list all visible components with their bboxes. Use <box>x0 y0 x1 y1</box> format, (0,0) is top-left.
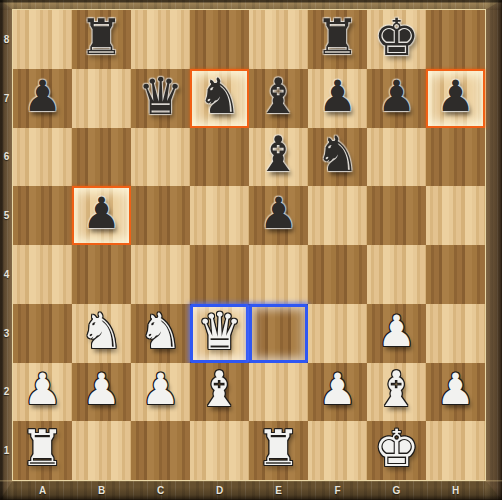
white-queen[interactable]: ♛ <box>197 306 243 357</box>
square-d5[interactable] <box>190 186 249 245</box>
square-a6[interactable] <box>13 128 72 187</box>
rank-label-3: 3 <box>0 304 13 363</box>
rank-label-4: 4 <box>0 245 13 304</box>
square-h4[interactable] <box>426 245 485 304</box>
square-c8[interactable] <box>131 10 190 69</box>
square-g1[interactable]: ♚ <box>367 421 426 480</box>
square-b6[interactable] <box>72 128 131 187</box>
square-f5[interactable] <box>308 186 367 245</box>
square-c1[interactable] <box>131 421 190 480</box>
rank-label-1: 1 <box>0 421 13 480</box>
square-d1[interactable] <box>190 421 249 480</box>
square-e4[interactable] <box>249 245 308 304</box>
white-pawn[interactable]: ♟ <box>436 368 475 411</box>
file-label-f: F <box>308 480 367 500</box>
square-e3[interactable] <box>249 304 308 363</box>
square-g6[interactable] <box>367 128 426 187</box>
square-d3[interactable]: ♛ <box>190 304 249 363</box>
square-f1[interactable] <box>308 421 367 480</box>
square-f3[interactable] <box>308 304 367 363</box>
square-d2[interactable]: ♝ <box>190 363 249 422</box>
square-b2[interactable]: ♟ <box>72 363 131 422</box>
black-rook[interactable]: ♜ <box>316 13 360 62</box>
square-d7[interactable]: ♞ <box>190 69 249 128</box>
black-king[interactable]: ♚ <box>374 12 420 63</box>
square-c2[interactable]: ♟ <box>131 363 190 422</box>
square-g5[interactable] <box>367 186 426 245</box>
black-bishop[interactable]: ♝ <box>257 72 301 121</box>
white-bishop[interactable]: ♝ <box>198 365 242 414</box>
rank-labels: 87654321 <box>0 10 13 480</box>
black-pawn[interactable]: ♟ <box>259 192 298 235</box>
square-e2[interactable] <box>249 363 308 422</box>
square-a5[interactable] <box>13 186 72 245</box>
square-b5[interactable]: ♟ <box>72 186 131 245</box>
file-label-c: C <box>131 480 190 500</box>
square-c3[interactable]: ♞ <box>131 304 190 363</box>
square-a1[interactable]: ♜ <box>13 421 72 480</box>
square-b7[interactable] <box>72 69 131 128</box>
white-pawn[interactable]: ♟ <box>377 310 416 353</box>
square-f6[interactable]: ♞ <box>308 128 367 187</box>
file-labels: ABCDEFGH <box>13 480 485 500</box>
white-king[interactable]: ♚ <box>374 423 420 474</box>
square-g4[interactable] <box>367 245 426 304</box>
square-a7[interactable]: ♟ <box>13 69 72 128</box>
black-knight[interactable]: ♞ <box>316 130 360 179</box>
file-label-b: B <box>72 480 131 500</box>
square-b3[interactable]: ♞ <box>72 304 131 363</box>
white-bishop[interactable]: ♝ <box>375 365 419 414</box>
square-f7[interactable]: ♟ <box>308 69 367 128</box>
black-bishop[interactable]: ♝ <box>257 130 301 179</box>
square-e7[interactable]: ♝ <box>249 69 308 128</box>
white-knight[interactable]: ♞ <box>80 307 124 356</box>
square-d6[interactable] <box>190 128 249 187</box>
chess-board: ♜♜♚♟♛♞♝♟♟♟♝♞♟♟♞♞♛♟♟♟♟♝♟♝♟♜♜♚ <box>13 10 485 480</box>
square-d8[interactable] <box>190 10 249 69</box>
file-label-d: D <box>190 480 249 500</box>
black-pawn[interactable]: ♟ <box>377 75 416 118</box>
square-e6[interactable]: ♝ <box>249 128 308 187</box>
square-h8[interactable] <box>426 10 485 69</box>
square-b8[interactable]: ♜ <box>72 10 131 69</box>
white-knight[interactable]: ♞ <box>139 307 183 356</box>
white-rook[interactable]: ♜ <box>257 424 301 473</box>
square-a2[interactable]: ♟ <box>13 363 72 422</box>
square-h6[interactable] <box>426 128 485 187</box>
square-g2[interactable]: ♝ <box>367 363 426 422</box>
square-f2[interactable]: ♟ <box>308 363 367 422</box>
file-label-e: E <box>249 480 308 500</box>
square-h7[interactable]: ♟ <box>426 69 485 128</box>
file-label-g: G <box>367 480 426 500</box>
square-c4[interactable] <box>131 245 190 304</box>
black-pawn[interactable]: ♟ <box>23 75 62 118</box>
white-pawn[interactable]: ♟ <box>318 368 357 411</box>
square-h1[interactable] <box>426 421 485 480</box>
square-b1[interactable] <box>72 421 131 480</box>
rank-label-6: 6 <box>0 128 13 187</box>
chess-board-app: 87654321 ABCDEFGH ♜♜♚♟♛♞♝♟♟♟♝♞♟♟♞♞♛♟♟♟♟♝… <box>0 0 502 500</box>
rank-label-5: 5 <box>0 186 13 245</box>
square-b4[interactable] <box>72 245 131 304</box>
rank-label-7: 7 <box>0 69 13 128</box>
square-d4[interactable] <box>190 245 249 304</box>
file-label-a: A <box>13 480 72 500</box>
square-c6[interactable] <box>131 128 190 187</box>
white-pawn[interactable]: ♟ <box>141 368 180 411</box>
black-queen[interactable]: ♛ <box>138 71 184 122</box>
rank-label-8: 8 <box>0 10 13 69</box>
square-c7[interactable]: ♛ <box>131 69 190 128</box>
square-f4[interactable] <box>308 245 367 304</box>
rank-label-2: 2 <box>0 363 13 422</box>
black-rook[interactable]: ♜ <box>80 13 124 62</box>
square-g3[interactable]: ♟ <box>367 304 426 363</box>
square-c5[interactable] <box>131 186 190 245</box>
file-label-h: H <box>426 480 485 500</box>
white-pawn[interactable]: ♟ <box>23 368 62 411</box>
square-e5[interactable]: ♟ <box>249 186 308 245</box>
white-rook[interactable]: ♜ <box>21 424 65 473</box>
square-a3[interactable] <box>13 304 72 363</box>
square-e8[interactable] <box>249 10 308 69</box>
square-g7[interactable]: ♟ <box>367 69 426 128</box>
square-e1[interactable]: ♜ <box>249 421 308 480</box>
square-g8[interactable]: ♚ <box>367 10 426 69</box>
square-a4[interactable] <box>13 245 72 304</box>
black-pawn[interactable]: ♟ <box>82 192 121 235</box>
square-h5[interactable] <box>426 186 485 245</box>
black-knight[interactable]: ♞ <box>198 72 242 121</box>
square-a8[interactable] <box>13 10 72 69</box>
black-pawn[interactable]: ♟ <box>436 75 475 118</box>
square-h2[interactable]: ♟ <box>426 363 485 422</box>
black-pawn[interactable]: ♟ <box>318 75 357 118</box>
square-h3[interactable] <box>426 304 485 363</box>
square-f8[interactable]: ♜ <box>308 10 367 69</box>
white-pawn[interactable]: ♟ <box>82 368 121 411</box>
